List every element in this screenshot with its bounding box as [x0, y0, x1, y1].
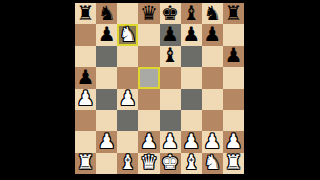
square-b3[interactable]: [96, 110, 117, 131]
square-h3[interactable]: [223, 110, 244, 131]
square-d7[interactable]: [138, 24, 159, 45]
square-g7[interactable]: ♟: [202, 24, 223, 45]
square-a1[interactable]: ♜: [75, 153, 96, 174]
square-a6[interactable]: [75, 46, 96, 67]
square-d2[interactable]: ♟: [138, 131, 159, 152]
piece-white-king[interactable]: ♚: [161, 153, 179, 173]
square-d5[interactable]: [138, 67, 159, 88]
square-e3[interactable]: [160, 110, 181, 131]
piece-white-pawn[interactable]: ♟: [98, 131, 116, 151]
piece-black-pawn[interactable]: ♟: [224, 46, 242, 66]
square-c5[interactable]: [117, 67, 138, 88]
square-f1[interactable]: ♝: [181, 153, 202, 174]
square-g2[interactable]: ♟: [202, 131, 223, 152]
square-h5[interactable]: [223, 67, 244, 88]
square-c1[interactable]: ♝: [117, 153, 138, 174]
square-e4[interactable]: [160, 89, 181, 110]
square-a3[interactable]: [75, 110, 96, 131]
square-f8[interactable]: ♝: [181, 3, 202, 24]
square-d6[interactable]: [138, 46, 159, 67]
piece-white-rook[interactable]: ♜: [224, 153, 242, 173]
square-b6[interactable]: [96, 46, 117, 67]
chess-board: ♜♞♛♚♝♞♜♟♞♟♟♟♝♟♟♟♟♟♟♟♟♟♟♜♝♛♚♝♞♜: [75, 3, 244, 174]
piece-white-pawn[interactable]: ♟: [203, 131, 221, 151]
piece-white-bishop[interactable]: ♝: [119, 153, 137, 173]
piece-white-bishop[interactable]: ♝: [182, 153, 200, 173]
piece-white-pawn[interactable]: ♟: [119, 89, 137, 109]
piece-black-knight[interactable]: ♞: [98, 3, 116, 23]
piece-white-knight[interactable]: ♞: [203, 153, 221, 173]
piece-white-pawn[interactable]: ♟: [140, 131, 158, 151]
letterbox-left: [0, 0, 75, 180]
square-e7[interactable]: ♟: [160, 24, 181, 45]
square-e1[interactable]: ♚: [160, 153, 181, 174]
square-h8[interactable]: ♜: [223, 3, 244, 24]
piece-black-bishop[interactable]: ♝: [161, 46, 179, 66]
square-e8[interactable]: ♚: [160, 3, 181, 24]
piece-black-rook[interactable]: ♜: [224, 3, 242, 23]
square-a7[interactable]: [75, 24, 96, 45]
square-e2[interactable]: ♟: [160, 131, 181, 152]
piece-white-knight[interactable]: ♞: [119, 24, 137, 44]
piece-black-pawn[interactable]: ♟: [161, 24, 179, 44]
square-h7[interactable]: [223, 24, 244, 45]
square-b8[interactable]: ♞: [96, 3, 117, 24]
piece-black-pawn[interactable]: ♟: [203, 24, 221, 44]
square-d8[interactable]: ♛: [138, 3, 159, 24]
square-b4[interactable]: [96, 89, 117, 110]
square-c2[interactable]: [117, 131, 138, 152]
square-a4[interactable]: ♟: [75, 89, 96, 110]
square-f2[interactable]: ♟: [181, 131, 202, 152]
piece-black-knight[interactable]: ♞: [203, 3, 221, 23]
piece-white-rook[interactable]: ♜: [77, 153, 95, 173]
piece-white-pawn[interactable]: ♟: [77, 89, 95, 109]
square-h6[interactable]: ♟: [223, 46, 244, 67]
square-b5[interactable]: [96, 67, 117, 88]
square-a5[interactable]: ♟: [75, 67, 96, 88]
square-h4[interactable]: [223, 89, 244, 110]
square-g6[interactable]: [202, 46, 223, 67]
square-c6[interactable]: [117, 46, 138, 67]
square-e6[interactable]: ♝: [160, 46, 181, 67]
letterbox-right: [244, 0, 320, 180]
square-e5[interactable]: [160, 67, 181, 88]
square-c3[interactable]: [117, 110, 138, 131]
piece-white-pawn[interactable]: ♟: [224, 131, 242, 151]
square-g3[interactable]: [202, 110, 223, 131]
piece-black-pawn[interactable]: ♟: [98, 24, 116, 44]
square-f3[interactable]: [181, 110, 202, 131]
square-a8[interactable]: ♜: [75, 3, 96, 24]
square-d1[interactable]: ♛: [138, 153, 159, 174]
square-h2[interactable]: ♟: [223, 131, 244, 152]
square-c7[interactable]: ♞: [117, 24, 138, 45]
square-d3[interactable]: [138, 110, 159, 131]
piece-black-bishop[interactable]: ♝: [182, 3, 200, 23]
square-d4[interactable]: [138, 89, 159, 110]
piece-black-pawn[interactable]: ♟: [182, 24, 200, 44]
piece-black-pawn[interactable]: ♟: [77, 67, 95, 87]
square-g5[interactable]: [202, 67, 223, 88]
square-f7[interactable]: ♟: [181, 24, 202, 45]
square-g4[interactable]: [202, 89, 223, 110]
square-f4[interactable]: [181, 89, 202, 110]
square-f5[interactable]: [181, 67, 202, 88]
square-g8[interactable]: ♞: [202, 3, 223, 24]
piece-white-queen[interactable]: ♛: [140, 153, 158, 173]
piece-black-king[interactable]: ♚: [161, 3, 179, 23]
piece-black-rook[interactable]: ♜: [77, 3, 95, 23]
square-h1[interactable]: ♜: [223, 153, 244, 174]
piece-black-queen[interactable]: ♛: [140, 3, 158, 23]
square-a2[interactable]: [75, 131, 96, 152]
square-c4[interactable]: ♟: [117, 89, 138, 110]
square-c8[interactable]: [117, 3, 138, 24]
square-b2[interactable]: ♟: [96, 131, 117, 152]
square-b1[interactable]: [96, 153, 117, 174]
piece-white-pawn[interactable]: ♟: [161, 131, 179, 151]
square-f6[interactable]: [181, 46, 202, 67]
square-g1[interactable]: ♞: [202, 153, 223, 174]
square-b7[interactable]: ♟: [96, 24, 117, 45]
piece-white-pawn[interactable]: ♟: [182, 131, 200, 151]
video-frame: ♜♞♛♚♝♞♜♟♞♟♟♟♝♟♟♟♟♟♟♟♟♟♟♜♝♛♚♝♞♜: [0, 0, 320, 180]
